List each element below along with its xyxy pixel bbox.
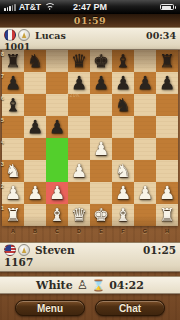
turn-indicator-bar: White ♙ ⌛ 04:22 <box>0 276 180 294</box>
square-d3[interactable]: ♟ <box>68 160 90 182</box>
square-d1[interactable]: ♛ <box>68 204 90 226</box>
piece-white-pawn: ♟ <box>5 182 21 204</box>
total-time: 04:22 <box>109 279 144 292</box>
file-label-h: H <box>156 226 178 236</box>
piece-black-bishop: ♝ <box>5 94 21 116</box>
file-label-d: D <box>68 226 90 236</box>
piece-black-pawn: ♟ <box>137 72 153 94</box>
file-label-e: E <box>90 226 112 236</box>
square-a8[interactable]: ♜ <box>2 50 24 72</box>
piece-black-rook: ♜ <box>5 50 21 72</box>
square-d8[interactable]: ♛ <box>68 50 90 72</box>
square-g8[interactable] <box>134 50 156 72</box>
piece-white-knight: ♞ <box>115 160 131 182</box>
square-d5[interactable] <box>68 116 90 138</box>
square-b8[interactable]: ♞ <box>24 50 46 72</box>
square-b7[interactable] <box>24 72 46 94</box>
square-c7[interactable] <box>46 72 68 94</box>
square-e7[interactable]: ♟ <box>90 72 112 94</box>
france-flag-icon <box>4 29 16 41</box>
piece-black-bishop: ♝ <box>115 50 131 72</box>
square-g7[interactable]: ♟ <box>134 72 156 94</box>
square-b4[interactable] <box>24 138 46 160</box>
piece-black-knight: ♞ <box>115 94 131 116</box>
piece-black-pawn: ♟ <box>5 72 21 94</box>
square-c6[interactable] <box>46 94 68 116</box>
square-d2[interactable] <box>68 182 90 204</box>
user-clock: 01:25 <box>143 244 176 256</box>
square-h7[interactable]: ♟ <box>156 72 178 94</box>
piece-black-pawn: ♟ <box>93 72 109 94</box>
turn-label: White <box>36 279 73 292</box>
opponent-clock: 00:34 <box>146 30 176 41</box>
square-b5[interactable]: ♟ <box>24 116 46 138</box>
square-c1[interactable]: ♝ <box>46 204 68 226</box>
menu-button-label: Menu <box>37 303 63 314</box>
square-f3[interactable]: ♞ <box>112 160 134 182</box>
square-h2[interactable]: ♟ <box>156 182 178 204</box>
square-a3[interactable]: ♞ <box>2 160 24 182</box>
piece-white-rook: ♜ <box>5 204 21 226</box>
piece-white-king: ♚ <box>93 204 109 226</box>
square-e2[interactable] <box>90 182 112 204</box>
piece-white-rook: ♜ <box>159 204 175 226</box>
square-b3[interactable] <box>24 160 46 182</box>
ios-status-bar: AT&T 2:47 PM <box>0 0 180 14</box>
square-a1[interactable]: ♜ <box>2 204 24 226</box>
square-g6[interactable] <box>134 94 156 116</box>
piece-white-pawn: ♟ <box>93 138 109 160</box>
piece-black-pawn: ♟ <box>71 72 87 94</box>
piece-white-pawn: ♟ <box>137 182 153 204</box>
move-timer-band: 01:59 <box>0 14 180 27</box>
square-d4[interactable] <box>68 138 90 160</box>
piece-black-pawn: ♟ <box>115 72 131 94</box>
chat-button[interactable]: Chat <box>95 300 165 316</box>
square-h8[interactable]: ♜ <box>156 50 178 72</box>
square-c5[interactable]: ♟ <box>46 116 68 138</box>
menu-button[interactable]: Menu <box>15 300 85 316</box>
piece-black-pawn: ♟ <box>27 116 43 138</box>
square-d6[interactable] <box>68 94 90 116</box>
square-f1[interactable]: ♝ <box>112 204 134 226</box>
square-g5[interactable] <box>134 116 156 138</box>
piece-white-pawn: ♟ <box>49 182 65 204</box>
piece-black-pawn: ♟ <box>49 116 65 138</box>
square-e4[interactable]: ♟ <box>90 138 112 160</box>
move-timer: 01:59 <box>74 15 106 26</box>
square-f5[interactable] <box>112 116 134 138</box>
square-g2[interactable]: ♟ <box>134 182 156 204</box>
opponent-player-panel: Lucas 00:34 1001 <box>0 27 180 50</box>
piece-white-bishop: ♝ <box>115 204 131 226</box>
square-h1[interactable]: ♜ <box>156 204 178 226</box>
piece-white-pawn: ♟ <box>115 182 131 204</box>
square-c3[interactable] <box>46 160 68 182</box>
square-g4[interactable] <box>134 138 156 160</box>
square-g1[interactable] <box>134 204 156 226</box>
piece-white-queen: ♛ <box>71 204 87 226</box>
square-h6[interactable] <box>156 94 178 116</box>
chess-board: ♜♞♛♚♝♜♟♟♟♟♟♟♝♞♟♟♟♞♟♞♟♟♟♟♟♟♜♝♛♚♝♜ <box>2 50 178 226</box>
square-f6[interactable]: ♞ <box>112 94 134 116</box>
app-screen: AT&T 2:47 PM 01:59 Lucas 00:34 1001 ♜♞♛♚… <box>0 0 180 320</box>
square-e5[interactable] <box>90 116 112 138</box>
piece-black-queen: ♛ <box>71 50 87 72</box>
file-label-b: B <box>24 226 46 236</box>
square-a4[interactable] <box>2 138 24 160</box>
square-b2[interactable]: ♟ <box>24 182 46 204</box>
hourglass-icon: ⌛ <box>91 279 105 292</box>
square-e6[interactable] <box>90 94 112 116</box>
piece-white-pawn: ♟ <box>27 182 43 204</box>
square-h4[interactable] <box>156 138 178 160</box>
square-a2[interactable]: ♟ <box>2 182 24 204</box>
square-a7[interactable]: ♟ <box>2 72 24 94</box>
piece-white-pawn: ♟ <box>159 182 175 204</box>
file-labels: ABCDEFGH <box>2 226 178 236</box>
user-rating: 1167 <box>0 256 180 268</box>
file-label-g: G <box>134 226 156 236</box>
square-c4[interactable] <box>46 138 68 160</box>
square-g3[interactable] <box>134 160 156 182</box>
badge-icon <box>18 29 30 41</box>
piece-white-bishop: ♝ <box>49 204 65 226</box>
square-f7[interactable]: ♟ <box>112 72 134 94</box>
square-f8[interactable]: ♝ <box>112 50 134 72</box>
piece-white-pawn: ♟ <box>71 160 87 182</box>
square-h5[interactable] <box>156 116 178 138</box>
square-e8[interactable]: ♚ <box>90 50 112 72</box>
square-f4[interactable] <box>112 138 134 160</box>
user-name: Steven <box>35 244 75 256</box>
white-pawn-icon: ♙ <box>77 278 88 292</box>
file-label-c: C <box>46 226 68 236</box>
file-label-f: F <box>112 226 134 236</box>
square-e1[interactable]: ♚ <box>90 204 112 226</box>
piece-black-rook: ♜ <box>159 50 175 72</box>
chat-button-label: Chat <box>119 303 141 314</box>
square-c2[interactable]: ♟ <box>46 182 68 204</box>
file-label-a: A <box>2 226 24 236</box>
opponent-name: Lucas <box>35 30 66 41</box>
square-f2[interactable]: ♟ <box>112 182 134 204</box>
square-h3[interactable] <box>156 160 178 182</box>
clock-time: 2:47 PM <box>0 2 180 12</box>
badge-icon <box>18 244 30 256</box>
usa-flag-icon <box>4 244 16 256</box>
user-player-panel: Steven 01:25 1167 <box>0 242 180 272</box>
piece-white-knight: ♞ <box>5 160 21 182</box>
square-c8[interactable] <box>46 50 68 72</box>
square-d7[interactable]: ♟ <box>68 72 90 94</box>
square-e3[interactable] <box>90 160 112 182</box>
square-b1[interactable] <box>24 204 46 226</box>
square-b6[interactable] <box>24 94 46 116</box>
piece-black-pawn: ♟ <box>159 72 175 94</box>
piece-black-knight: ♞ <box>27 50 43 72</box>
square-a6[interactable]: ♝ <box>2 94 24 116</box>
piece-black-king: ♚ <box>93 50 109 72</box>
square-a5[interactable] <box>2 116 24 138</box>
